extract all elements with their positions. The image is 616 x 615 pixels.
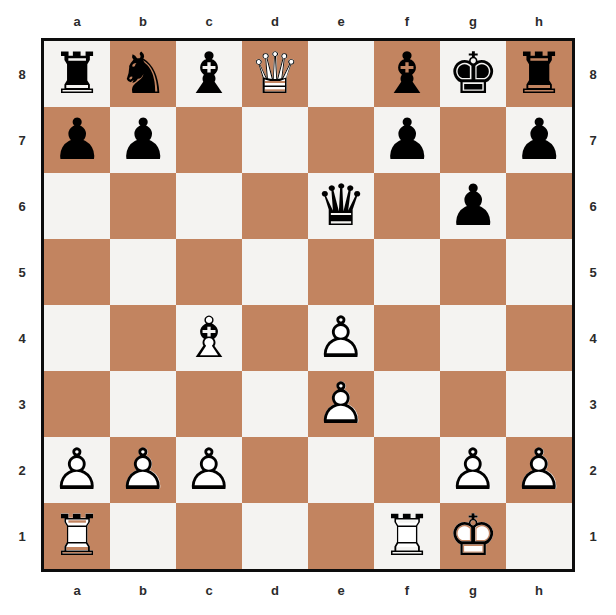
piece-white-pawn: ♟♙ bbox=[506, 437, 572, 503]
square-b3[interactable] bbox=[110, 371, 176, 437]
file-label-b-bottom: b bbox=[110, 578, 176, 602]
white-piece-outline-glyph: ♙ bbox=[308, 371, 374, 437]
chess-diagram: abcdefgh 87654321 ♜♞♝♛♕♝♚♜♟♟♟♟♛♟♝♗♟♙♟♙♟♙… bbox=[0, 0, 616, 615]
square-c7[interactable] bbox=[176, 107, 242, 173]
square-h6[interactable] bbox=[506, 173, 572, 239]
black-piece-glyph: ♜ bbox=[506, 41, 572, 107]
white-piece-outline-glyph: ♗ bbox=[176, 305, 242, 371]
black-piece-glyph: ♜ bbox=[44, 41, 110, 107]
square-f1[interactable]: ♜♖ bbox=[374, 503, 440, 569]
square-a3[interactable] bbox=[44, 371, 110, 437]
square-g5[interactable] bbox=[440, 239, 506, 305]
rank-label-6-left: 6 bbox=[9, 173, 35, 239]
square-g1[interactable]: ♚♔ bbox=[440, 503, 506, 569]
piece-black-pawn: ♟ bbox=[440, 173, 506, 239]
piece-black-pawn: ♟ bbox=[374, 107, 440, 173]
black-piece-glyph: ♟ bbox=[110, 107, 176, 173]
square-b4[interactable] bbox=[110, 305, 176, 371]
square-d6[interactable] bbox=[242, 173, 308, 239]
rank-label-8-left: 8 bbox=[9, 41, 35, 107]
square-f5[interactable] bbox=[374, 239, 440, 305]
square-f2[interactable] bbox=[374, 437, 440, 503]
square-c5[interactable] bbox=[176, 239, 242, 305]
piece-black-knight: ♞ bbox=[110, 41, 176, 107]
piece-white-pawn: ♟♙ bbox=[440, 437, 506, 503]
piece-black-pawn: ♟ bbox=[506, 107, 572, 173]
square-a8[interactable]: ♜ bbox=[44, 41, 110, 107]
piece-white-pawn: ♟♙ bbox=[44, 437, 110, 503]
square-d4[interactable] bbox=[242, 305, 308, 371]
piece-black-rook: ♜ bbox=[506, 41, 572, 107]
square-h7[interactable]: ♟ bbox=[506, 107, 572, 173]
rank-label-6-right: 6 bbox=[580, 173, 606, 239]
square-h4[interactable] bbox=[506, 305, 572, 371]
square-h1[interactable] bbox=[506, 503, 572, 569]
square-h3[interactable] bbox=[506, 371, 572, 437]
square-g2[interactable]: ♟♙ bbox=[440, 437, 506, 503]
rank-label-5-right: 5 bbox=[580, 239, 606, 305]
file-label-b-top: b bbox=[110, 9, 176, 33]
piece-black-rook: ♜ bbox=[44, 41, 110, 107]
square-a5[interactable] bbox=[44, 239, 110, 305]
square-a4[interactable] bbox=[44, 305, 110, 371]
black-piece-glyph: ♚ bbox=[440, 41, 506, 107]
square-c6[interactable] bbox=[176, 173, 242, 239]
file-label-e-bottom: e bbox=[308, 578, 374, 602]
square-d3[interactable] bbox=[242, 371, 308, 437]
file-label-g-bottom: g bbox=[440, 578, 506, 602]
square-e6[interactable]: ♛ bbox=[308, 173, 374, 239]
file-label-f-bottom: f bbox=[374, 578, 440, 602]
square-d1[interactable] bbox=[242, 503, 308, 569]
square-b5[interactable] bbox=[110, 239, 176, 305]
square-g8[interactable]: ♚ bbox=[440, 41, 506, 107]
piece-white-queen: ♛♕ bbox=[242, 41, 308, 107]
square-c8[interactable]: ♝ bbox=[176, 41, 242, 107]
white-piece-outline-glyph: ♔ bbox=[440, 503, 506, 569]
square-a2[interactable]: ♟♙ bbox=[44, 437, 110, 503]
white-piece-outline-glyph: ♙ bbox=[176, 437, 242, 503]
square-b6[interactable] bbox=[110, 173, 176, 239]
piece-white-pawn: ♟♙ bbox=[110, 437, 176, 503]
file-label-g-top: g bbox=[440, 9, 506, 33]
file-label-a-bottom: a bbox=[44, 578, 110, 602]
square-h5[interactable] bbox=[506, 239, 572, 305]
piece-white-king: ♚♔ bbox=[440, 503, 506, 569]
square-g7[interactable] bbox=[440, 107, 506, 173]
rank-label-1-left: 1 bbox=[9, 503, 35, 569]
white-piece-outline-glyph: ♙ bbox=[440, 437, 506, 503]
rank-label-8-right: 8 bbox=[580, 41, 606, 107]
rank-label-1-right: 1 bbox=[580, 503, 606, 569]
piece-white-rook: ♜♖ bbox=[44, 503, 110, 569]
piece-white-pawn: ♟♙ bbox=[176, 437, 242, 503]
square-d8[interactable]: ♛♕ bbox=[242, 41, 308, 107]
square-b1[interactable] bbox=[110, 503, 176, 569]
rank-labels-right: 87654321 bbox=[580, 41, 606, 569]
square-b8[interactable]: ♞ bbox=[110, 41, 176, 107]
square-a6[interactable] bbox=[44, 173, 110, 239]
black-piece-glyph: ♞ bbox=[110, 41, 176, 107]
file-label-c-top: c bbox=[176, 9, 242, 33]
square-b2[interactable]: ♟♙ bbox=[110, 437, 176, 503]
rank-labels-left: 87654321 bbox=[9, 41, 35, 569]
black-piece-glyph: ♛ bbox=[308, 173, 374, 239]
square-a7[interactable]: ♟ bbox=[44, 107, 110, 173]
file-label-a-top: a bbox=[44, 9, 110, 33]
square-e3[interactable]: ♟♙ bbox=[308, 371, 374, 437]
square-c2[interactable]: ♟♙ bbox=[176, 437, 242, 503]
square-c4[interactable]: ♝♗ bbox=[176, 305, 242, 371]
square-h8[interactable]: ♜ bbox=[506, 41, 572, 107]
white-piece-outline-glyph: ♙ bbox=[44, 437, 110, 503]
square-g6[interactable]: ♟ bbox=[440, 173, 506, 239]
square-f8[interactable]: ♝ bbox=[374, 41, 440, 107]
white-piece-outline-glyph: ♙ bbox=[110, 437, 176, 503]
file-label-d-top: d bbox=[242, 9, 308, 33]
square-e2[interactable] bbox=[308, 437, 374, 503]
square-h2[interactable]: ♟♙ bbox=[506, 437, 572, 503]
square-d5[interactable] bbox=[242, 239, 308, 305]
piece-black-king: ♚ bbox=[440, 41, 506, 107]
black-piece-glyph: ♟ bbox=[506, 107, 572, 173]
piece-white-pawn: ♟♙ bbox=[308, 371, 374, 437]
square-c3[interactable] bbox=[176, 371, 242, 437]
file-label-e-top: e bbox=[308, 9, 374, 33]
square-f3[interactable] bbox=[374, 371, 440, 437]
square-e5[interactable] bbox=[308, 239, 374, 305]
piece-black-queen: ♛ bbox=[308, 173, 374, 239]
rank-label-7-right: 7 bbox=[580, 107, 606, 173]
file-label-f-top: f bbox=[374, 9, 440, 33]
black-piece-glyph: ♟ bbox=[440, 173, 506, 239]
black-piece-glyph: ♝ bbox=[374, 41, 440, 107]
square-d2[interactable] bbox=[242, 437, 308, 503]
square-d7[interactable] bbox=[242, 107, 308, 173]
black-piece-glyph: ♟ bbox=[374, 107, 440, 173]
piece-black-pawn: ♟ bbox=[44, 107, 110, 173]
square-e4[interactable]: ♟♙ bbox=[308, 305, 374, 371]
rank-label-7-left: 7 bbox=[9, 107, 35, 173]
rank-label-5-left: 5 bbox=[9, 239, 35, 305]
piece-white-pawn: ♟♙ bbox=[308, 305, 374, 371]
square-a1[interactable]: ♜♖ bbox=[44, 503, 110, 569]
square-g4[interactable] bbox=[440, 305, 506, 371]
square-e1[interactable] bbox=[308, 503, 374, 569]
square-b7[interactable]: ♟ bbox=[110, 107, 176, 173]
chess-board: ♜♞♝♛♕♝♚♜♟♟♟♟♛♟♝♗♟♙♟♙♟♙♟♙♟♙♟♙♟♙♜♖♜♖♚♔ bbox=[41, 38, 575, 572]
square-e7[interactable] bbox=[308, 107, 374, 173]
square-g3[interactable] bbox=[440, 371, 506, 437]
rank-label-3-right: 3 bbox=[580, 371, 606, 437]
piece-black-pawn: ♟ bbox=[110, 107, 176, 173]
piece-black-bishop: ♝ bbox=[374, 41, 440, 107]
file-label-d-bottom: d bbox=[242, 578, 308, 602]
square-e8[interactable] bbox=[308, 41, 374, 107]
square-f4[interactable] bbox=[374, 305, 440, 371]
rank-label-2-right: 2 bbox=[580, 437, 606, 503]
rank-label-2-left: 2 bbox=[9, 437, 35, 503]
file-label-h-top: h bbox=[506, 9, 572, 33]
white-piece-outline-glyph: ♕ bbox=[242, 41, 308, 107]
rank-label-3-left: 3 bbox=[9, 371, 35, 437]
white-piece-outline-glyph: ♙ bbox=[506, 437, 572, 503]
square-c1[interactable] bbox=[176, 503, 242, 569]
file-label-h-bottom: h bbox=[506, 578, 572, 602]
rank-label-4-right: 4 bbox=[580, 305, 606, 371]
white-piece-outline-glyph: ♙ bbox=[308, 305, 374, 371]
piece-white-rook: ♜♖ bbox=[374, 503, 440, 569]
file-label-c-bottom: c bbox=[176, 578, 242, 602]
piece-black-bishop: ♝ bbox=[176, 41, 242, 107]
white-piece-outline-glyph: ♖ bbox=[374, 503, 440, 569]
rank-label-4-left: 4 bbox=[9, 305, 35, 371]
square-f7[interactable]: ♟ bbox=[374, 107, 440, 173]
file-labels-bottom: abcdefgh bbox=[44, 578, 572, 602]
file-labels-top: abcdefgh bbox=[44, 9, 572, 33]
black-piece-glyph: ♟ bbox=[44, 107, 110, 173]
white-piece-outline-glyph: ♖ bbox=[44, 503, 110, 569]
piece-white-bishop: ♝♗ bbox=[176, 305, 242, 371]
black-piece-glyph: ♝ bbox=[176, 41, 242, 107]
square-f6[interactable] bbox=[374, 173, 440, 239]
